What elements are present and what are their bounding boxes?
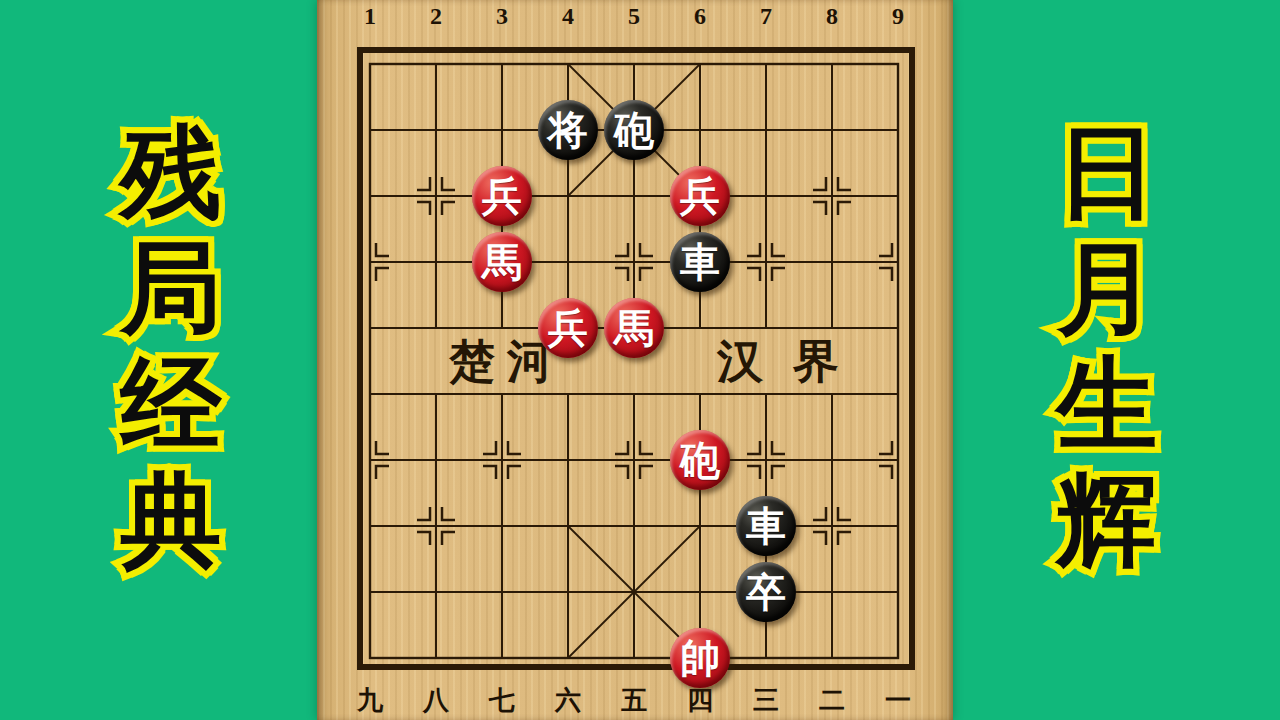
right-title-char-2: 月 月	[1040, 232, 1174, 345]
piece-red-soldier[interactable]: 兵	[670, 166, 730, 226]
bottom-coord-9: 九	[337, 685, 403, 717]
river-label-han-jie: 汉界	[717, 336, 869, 388]
piece-red-soldier[interactable]: 兵	[538, 298, 598, 358]
bottom-coord-1: 一	[865, 685, 931, 717]
piece-black-chariot[interactable]: 車	[736, 496, 796, 556]
left-title-char-4-fill: 典	[104, 464, 238, 577]
bottom-coord-5: 五	[601, 685, 667, 717]
right-title-char-4: 辉 辉	[1040, 464, 1174, 577]
right-title-char-2-fill: 月	[1040, 232, 1174, 345]
bottom-coord-2: 二	[799, 685, 865, 717]
left-title: 残 残 局 局 经 经 典 典	[104, 116, 238, 577]
piece-red-horse[interactable]: 馬	[472, 232, 532, 292]
left-title-char-1: 残 残	[104, 116, 238, 229]
right-title-char-1: 日 日	[1040, 116, 1174, 229]
piece-red-horse[interactable]: 馬	[604, 298, 664, 358]
bottom-coord-4: 四	[667, 685, 733, 717]
right-title-char-3: 生 生	[1040, 348, 1174, 461]
piece-black-general[interactable]: 将	[538, 100, 598, 160]
left-title-char-3: 经 经	[104, 348, 238, 461]
bottom-coordinates: 九 八 七 六 五 四 三 二 一	[337, 685, 931, 717]
piece-red-soldier[interactable]: 兵	[472, 166, 532, 226]
left-title-char-2-fill: 局	[104, 232, 238, 345]
piece-black-chariot[interactable]: 車	[670, 232, 730, 292]
bottom-coord-3: 三	[733, 685, 799, 717]
piece-black-cannon[interactable]: 砲	[604, 100, 664, 160]
right-title-char-1-fill: 日	[1040, 116, 1174, 229]
bottom-coord-7: 七	[469, 685, 535, 717]
page: { "game": "xiangqi", "position": { "fen"…	[0, 0, 1280, 720]
bottom-coord-6: 六	[535, 685, 601, 717]
left-title-char-3-fill: 经	[104, 348, 238, 461]
bottom-coord-8: 八	[403, 685, 469, 717]
piece-black-soldier[interactable]: 卒	[736, 562, 796, 622]
right-title: 日 日 月 月 生 生 辉 辉	[1040, 116, 1174, 577]
xiangqi-board: 1 2 3 4 5 6 7 8 9	[317, 0, 953, 720]
left-title-char-4: 典 典	[104, 464, 238, 577]
left-title-char-1-fill: 残	[104, 116, 238, 229]
right-title-char-3-fill: 生	[1040, 348, 1174, 461]
piece-red-cannon[interactable]: 砲	[670, 430, 730, 490]
left-title-char-2: 局 局	[104, 232, 238, 345]
right-title-char-4-fill: 辉	[1040, 464, 1174, 577]
piece-red-general[interactable]: 帥	[670, 628, 730, 688]
